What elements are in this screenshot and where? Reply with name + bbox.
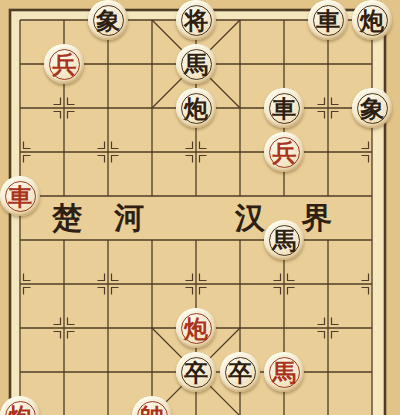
piece-black-cannon[interactable]: 炮 (352, 0, 392, 40)
piece-glyph: 帥 (140, 405, 164, 415)
piece-glyph: 炮 (360, 9, 384, 33)
piece-red-soldier[interactable]: 兵 (264, 132, 304, 172)
piece-black-soldier[interactable]: 卒 (220, 352, 260, 392)
piece-glyph: 車 (272, 97, 296, 121)
piece-red-general[interactable]: 帥 (132, 396, 172, 415)
piece-glyph: 炮 (184, 97, 208, 121)
piece-glyph: 炮 (8, 405, 32, 415)
piece-glyph: 象 (360, 97, 384, 121)
piece-black-general[interactable]: 将 (176, 0, 216, 40)
piece-black-soldier[interactable]: 卒 (176, 352, 216, 392)
piece-black-cannon[interactable]: 炮 (176, 88, 216, 128)
piece-glyph: 馬 (272, 229, 296, 253)
piece-glyph: 車 (316, 9, 340, 33)
piece-black-chariot[interactable]: 車 (308, 0, 348, 40)
piece-glyph: 馬 (272, 361, 296, 385)
piece-glyph: 卒 (184, 361, 208, 385)
piece-black-chariot[interactable]: 車 (264, 88, 304, 128)
piece-red-cannon[interactable]: 炮 (176, 308, 216, 348)
pieces-layer: 象 将 車 炮 兵 馬 炮 車 象 兵 車 馬 炮 卒 卒 馬 炮 帥 (0, 0, 394, 415)
piece-black-elephant[interactable]: 象 (352, 88, 392, 128)
xiangqi-board: 楚 河 汉 界 象 将 車 炮 兵 馬 炮 車 象 兵 車 馬 炮 卒 卒 馬 … (0, 0, 400, 415)
piece-glyph: 車 (8, 185, 32, 209)
piece-red-cannon[interactable]: 炮 (0, 396, 40, 415)
piece-glyph: 兵 (272, 141, 296, 165)
piece-black-elephant[interactable]: 象 (88, 0, 128, 40)
piece-glyph: 象 (96, 9, 120, 33)
piece-red-horse[interactable]: 馬 (264, 352, 304, 392)
piece-glyph: 卒 (228, 361, 252, 385)
piece-glyph: 兵 (52, 53, 76, 77)
piece-glyph: 将 (184, 9, 208, 33)
piece-glyph: 炮 (184, 317, 208, 341)
piece-black-horse[interactable]: 馬 (264, 220, 304, 260)
piece-black-horse[interactable]: 馬 (176, 44, 216, 84)
piece-red-chariot[interactable]: 車 (0, 176, 40, 216)
piece-red-soldier[interactable]: 兵 (44, 44, 84, 84)
piece-glyph: 馬 (184, 53, 208, 77)
